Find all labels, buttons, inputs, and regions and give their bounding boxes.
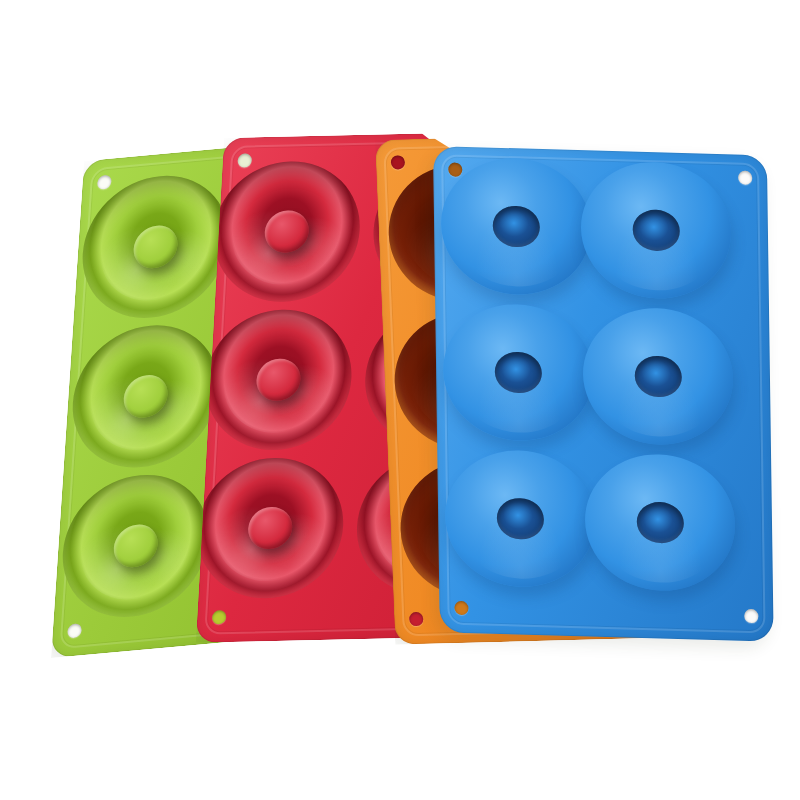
donut-cavity [58, 469, 213, 624]
donut-cavity [193, 456, 347, 600]
donut-dome [442, 302, 594, 442]
donut-dome [580, 160, 732, 300]
donut-cavity [201, 308, 355, 452]
donut-dome [582, 306, 734, 446]
donut-cavity [210, 160, 364, 304]
donut-cavity [78, 170, 233, 325]
donut-dome [440, 156, 592, 296]
mold-blue [433, 146, 774, 642]
product-photo [0, 0, 800, 800]
cavity-grid [433, 146, 774, 642]
donut-dome [584, 452, 736, 592]
donut-cavity [68, 319, 223, 474]
donut-dome [444, 448, 596, 588]
